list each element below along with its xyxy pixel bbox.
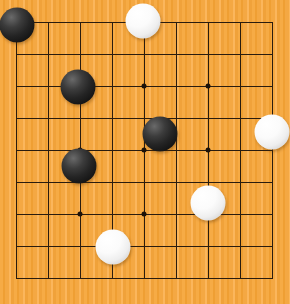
star-point	[142, 212, 147, 217]
board-cell[interactable]	[49, 119, 81, 151]
white-stone[interactable]	[126, 4, 161, 39]
board-cell[interactable]	[209, 215, 241, 247]
board-cell[interactable]	[209, 119, 241, 151]
board-cell[interactable]	[17, 151, 49, 183]
board-cell[interactable]	[49, 183, 81, 215]
board-cell[interactable]	[209, 23, 241, 55]
board-cell[interactable]	[17, 119, 49, 151]
go-board[interactable]	[0, 0, 290, 304]
star-point	[142, 84, 147, 89]
board-cell[interactable]	[145, 55, 177, 87]
board-cell[interactable]	[241, 247, 273, 279]
board-cell[interactable]	[49, 247, 81, 279]
star-point	[206, 148, 211, 153]
board-cell[interactable]	[177, 55, 209, 87]
white-stone[interactable]	[191, 186, 226, 221]
board-cell[interactable]	[81, 119, 113, 151]
board-cell[interactable]	[145, 151, 177, 183]
white-stone[interactable]	[255, 115, 290, 150]
go-app-window	[0, 0, 290, 304]
board-cell[interactable]	[177, 151, 209, 183]
board-cell[interactable]	[177, 119, 209, 151]
black-stone[interactable]	[61, 70, 96, 105]
board-cell[interactable]	[241, 55, 273, 87]
board-cell[interactable]	[17, 247, 49, 279]
board-cell[interactable]	[177, 247, 209, 279]
board-cell[interactable]	[49, 215, 81, 247]
board-cell[interactable]	[241, 23, 273, 55]
board-cell[interactable]	[241, 183, 273, 215]
board-cell[interactable]	[113, 183, 145, 215]
board-cell[interactable]	[145, 183, 177, 215]
board-cell[interactable]	[17, 55, 49, 87]
board-cell[interactable]	[177, 23, 209, 55]
white-stone[interactable]	[96, 230, 131, 265]
board-cell[interactable]	[49, 23, 81, 55]
board-cell[interactable]	[17, 87, 49, 119]
board-cell[interactable]	[145, 87, 177, 119]
board-cell[interactable]	[113, 55, 145, 87]
star-point	[78, 212, 83, 217]
board-cell[interactable]	[145, 247, 177, 279]
board-cell[interactable]	[113, 119, 145, 151]
black-stone[interactable]	[62, 149, 97, 184]
board-cell[interactable]	[241, 151, 273, 183]
black-stone[interactable]	[143, 117, 178, 152]
board-cell[interactable]	[17, 183, 49, 215]
board-cell[interactable]	[177, 87, 209, 119]
board-cell[interactable]	[209, 87, 241, 119]
board-cell[interactable]	[113, 87, 145, 119]
board-cell[interactable]	[81, 23, 113, 55]
board-cell[interactable]	[81, 183, 113, 215]
board-cell[interactable]	[145, 215, 177, 247]
board-cell[interactable]	[209, 55, 241, 87]
board-cell[interactable]	[241, 215, 273, 247]
board-cell[interactable]	[209, 151, 241, 183]
board-cell[interactable]	[209, 247, 241, 279]
board-cell[interactable]	[17, 215, 49, 247]
board-cell[interactable]	[113, 151, 145, 183]
star-point	[142, 148, 147, 153]
star-point	[206, 84, 211, 89]
black-stone[interactable]	[0, 8, 35, 43]
